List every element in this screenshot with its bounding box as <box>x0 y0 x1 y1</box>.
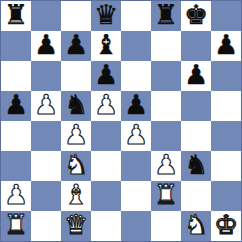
square-d3[interactable] <box>91 151 121 181</box>
piece-white-bishop[interactable]: ♝ <box>64 181 88 210</box>
square-a4[interactable] <box>1 121 31 151</box>
square-a8[interactable]: ♜ <box>1 1 31 31</box>
square-d6[interactable]: ♟ <box>91 61 121 91</box>
square-h8[interactable] <box>211 1 241 31</box>
square-e8[interactable] <box>121 1 151 31</box>
square-c1[interactable]: ♛ <box>61 211 91 241</box>
square-h2[interactable] <box>211 181 241 211</box>
square-e6[interactable] <box>121 61 151 91</box>
square-f8[interactable]: ♜ <box>151 1 181 31</box>
square-g1[interactable]: ♞ <box>181 211 211 241</box>
square-d4[interactable] <box>91 121 121 151</box>
square-e4[interactable]: ♟ <box>121 121 151 151</box>
square-c5[interactable]: ♞ <box>61 91 91 121</box>
piece-white-pawn[interactable]: ♟ <box>154 151 178 180</box>
square-g4[interactable] <box>181 121 211 151</box>
square-g6[interactable]: ♟ <box>181 61 211 91</box>
square-e3[interactable] <box>121 151 151 181</box>
square-a3[interactable] <box>1 151 31 181</box>
square-f7[interactable] <box>151 31 181 61</box>
piece-black-queen[interactable]: ♛ <box>94 1 118 30</box>
piece-white-pawn[interactable]: ♟ <box>94 91 118 120</box>
square-h1[interactable]: ♚ <box>211 211 241 241</box>
square-h7[interactable]: ♟ <box>211 31 241 61</box>
square-a6[interactable] <box>1 61 31 91</box>
square-c4[interactable]: ♟ <box>61 121 91 151</box>
square-d7[interactable]: ♝ <box>91 31 121 61</box>
piece-black-rook[interactable]: ♜ <box>154 1 178 30</box>
chess-board: ♜♛♜♚♟♟♝♟♟♟♟♟♞♟♟♟♟♞♟♞♟♝♜♜♛♞♚ <box>0 0 242 242</box>
piece-white-knight[interactable]: ♞ <box>184 211 208 240</box>
square-h5[interactable] <box>211 91 241 121</box>
square-g2[interactable] <box>181 181 211 211</box>
square-b3[interactable] <box>31 151 61 181</box>
square-b2[interactable] <box>31 181 61 211</box>
square-b1[interactable] <box>31 211 61 241</box>
square-f1[interactable] <box>151 211 181 241</box>
square-h4[interactable] <box>211 121 241 151</box>
square-e2[interactable] <box>121 181 151 211</box>
square-g8[interactable]: ♚ <box>181 1 211 31</box>
square-e1[interactable] <box>121 211 151 241</box>
square-h6[interactable] <box>211 61 241 91</box>
piece-black-pawn[interactable]: ♟ <box>94 61 118 90</box>
square-a7[interactable] <box>1 31 31 61</box>
piece-black-bishop[interactable]: ♝ <box>94 31 118 60</box>
piece-white-pawn[interactable]: ♟ <box>34 91 58 120</box>
piece-white-rook[interactable]: ♜ <box>4 211 28 240</box>
piece-black-pawn[interactable]: ♟ <box>34 31 58 60</box>
piece-black-pawn[interactable]: ♟ <box>4 91 28 120</box>
piece-black-pawn[interactable]: ♟ <box>184 61 208 90</box>
piece-black-king[interactable]: ♚ <box>184 1 208 30</box>
square-h3[interactable] <box>211 151 241 181</box>
square-c8[interactable] <box>61 1 91 31</box>
piece-black-pawn[interactable]: ♟ <box>64 31 88 60</box>
square-a2[interactable]: ♟ <box>1 181 31 211</box>
square-b6[interactable] <box>31 61 61 91</box>
piece-white-knight[interactable]: ♞ <box>64 151 88 180</box>
square-f4[interactable] <box>151 121 181 151</box>
piece-white-pawn[interactable]: ♟ <box>64 121 88 150</box>
square-c2[interactable]: ♝ <box>61 181 91 211</box>
piece-white-king[interactable]: ♚ <box>214 211 238 240</box>
square-c3[interactable]: ♞ <box>61 151 91 181</box>
square-d1[interactable] <box>91 211 121 241</box>
square-g3[interactable]: ♞ <box>181 151 211 181</box>
piece-white-rook[interactable]: ♜ <box>154 181 178 210</box>
square-f3[interactable]: ♟ <box>151 151 181 181</box>
square-b5[interactable]: ♟ <box>31 91 61 121</box>
square-e5[interactable]: ♟ <box>121 91 151 121</box>
square-f2[interactable]: ♜ <box>151 181 181 211</box>
square-f5[interactable] <box>151 91 181 121</box>
square-d8[interactable]: ♛ <box>91 1 121 31</box>
piece-white-pawn[interactable]: ♟ <box>124 121 148 150</box>
square-b8[interactable] <box>31 1 61 31</box>
piece-black-pawn[interactable]: ♟ <box>124 91 148 120</box>
square-a5[interactable]: ♟ <box>1 91 31 121</box>
piece-black-pawn[interactable]: ♟ <box>214 31 238 60</box>
square-e7[interactable] <box>121 31 151 61</box>
square-g7[interactable] <box>181 31 211 61</box>
square-d2[interactable] <box>91 181 121 211</box>
square-c7[interactable]: ♟ <box>61 31 91 61</box>
square-f6[interactable] <box>151 61 181 91</box>
piece-black-knight[interactable]: ♞ <box>184 151 208 180</box>
piece-white-queen[interactable]: ♛ <box>64 211 88 240</box>
square-g5[interactable] <box>181 91 211 121</box>
square-c6[interactable] <box>61 61 91 91</box>
piece-black-knight[interactable]: ♞ <box>64 91 88 120</box>
square-b4[interactable] <box>31 121 61 151</box>
piece-white-pawn[interactable]: ♟ <box>4 181 28 210</box>
square-a1[interactable]: ♜ <box>1 211 31 241</box>
square-d5[interactable]: ♟ <box>91 91 121 121</box>
square-b7[interactable]: ♟ <box>31 31 61 61</box>
piece-black-rook[interactable]: ♜ <box>4 1 28 30</box>
